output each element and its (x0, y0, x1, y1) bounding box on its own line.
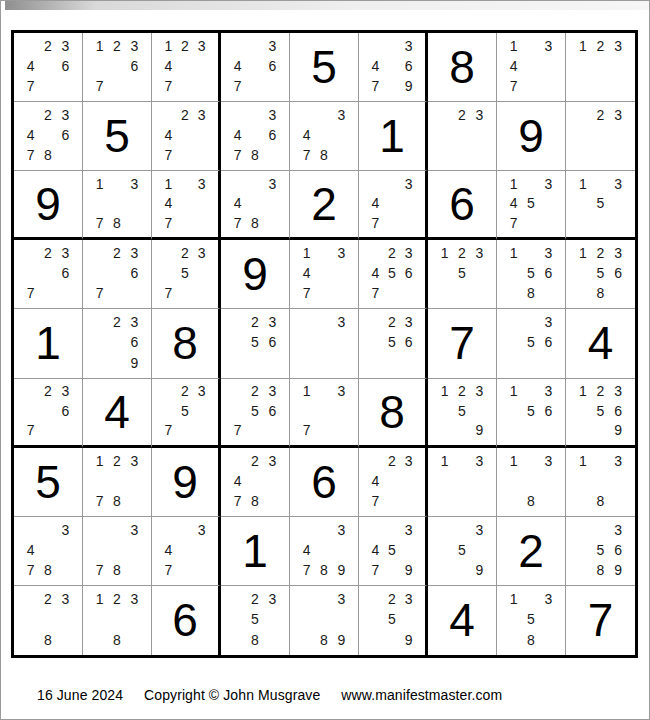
cell-r8c6[interactable]: 34579 (359, 517, 428, 586)
cell-r7c1[interactable]: 5 (14, 448, 83, 517)
empty-candidate-slot (126, 213, 143, 232)
candidate-digit: 1 (298, 382, 315, 401)
candidate-digit: 8 (108, 491, 125, 511)
candidate-digit: 3 (126, 36, 143, 56)
empty-candidate-slot (91, 194, 108, 213)
candidate-digit: 7 (160, 145, 177, 165)
puzzle-page: 2346712367123473467534679813471232346785… (0, 0, 650, 720)
empty-candidate-slot (522, 56, 539, 76)
cell-r3c1[interactable]: 9 (14, 171, 83, 240)
solved-digit: 7 (588, 597, 614, 643)
candidate-grid: 34789 (290, 517, 358, 585)
empty-candidate-slot (160, 520, 177, 540)
cell-r6c7[interactable]: 12359 (428, 379, 497, 448)
candidate-digit: 3 (400, 451, 417, 471)
candidate-digit: 1 (91, 174, 108, 193)
cell-r7c5[interactable]: 6 (290, 448, 359, 517)
empty-candidate-slot (22, 630, 39, 650)
empty-candidate-slot (367, 589, 384, 609)
candidate-digit: 6 (540, 332, 557, 352)
cell-r9c2[interactable]: 1238 (83, 586, 152, 655)
empty-candidate-slot (298, 401, 315, 420)
empty-candidate-slot (315, 353, 332, 373)
candidate-grid: 34678 (221, 102, 289, 170)
candidate-grid: 23478 (221, 448, 289, 516)
cell-r6c3[interactable]: 2357 (152, 379, 221, 448)
empty-candidate-slot (436, 471, 453, 491)
candidate-digit: 2 (592, 105, 610, 125)
candidate-digit: 3 (609, 174, 627, 193)
candidate-digit: 3 (193, 105, 210, 125)
candidate-digit: 7 (91, 491, 108, 511)
cell-r5c8[interactable]: 356 (497, 309, 566, 378)
cell-r4c2[interactable]: 2367 (83, 240, 152, 309)
candidate-digit: 9 (333, 630, 350, 650)
cell-r7c6[interactable]: 2347 (359, 448, 428, 517)
empty-candidate-slot (367, 174, 384, 193)
cell-r9c1[interactable]: 238 (14, 586, 83, 655)
empty-candidate-slot (592, 56, 610, 76)
candidate-digit: 7 (229, 213, 246, 232)
empty-candidate-slot (333, 540, 350, 560)
candidate-digit: 7 (22, 76, 39, 96)
cell-r1c8[interactable]: 1347 (497, 33, 566, 102)
candidate-digit: 6 (609, 540, 627, 560)
cell-r8c7[interactable]: 359 (428, 517, 497, 586)
cell-r2c3[interactable]: 2347 (152, 102, 221, 171)
cell-r9c8[interactable]: 1358 (497, 586, 566, 655)
empty-candidate-slot (453, 560, 470, 580)
cell-r1c9[interactable]: 123 (566, 33, 635, 102)
empty-candidate-slot (315, 401, 332, 420)
cell-r6c1[interactable]: 2367 (14, 379, 83, 448)
empty-candidate-slot (22, 36, 39, 56)
empty-candidate-slot (574, 263, 592, 283)
empty-candidate-slot (367, 243, 384, 263)
cell-r6c2[interactable]: 4 (83, 379, 152, 448)
empty-candidate-slot (246, 471, 263, 491)
solved-digit: 9 (172, 459, 198, 505)
cell-r4c4[interactable]: 9 (221, 240, 290, 309)
cell-r1c4[interactable]: 3467 (221, 33, 290, 102)
empty-candidate-slot (522, 353, 539, 373)
empty-candidate-slot (246, 125, 263, 145)
candidate-grid: 138 (497, 448, 565, 516)
cell-r6c4[interactable]: 23567 (221, 379, 290, 448)
empty-candidate-slot (574, 471, 592, 491)
cell-r1c7[interactable]: 8 (428, 33, 497, 102)
empty-candidate-slot (264, 471, 281, 491)
candidate-grid: 3478 (14, 517, 82, 585)
candidate-digit: 8 (246, 491, 263, 511)
cell-r2c6[interactable]: 1 (359, 102, 428, 171)
cell-r3c8[interactable]: 13457 (497, 171, 566, 240)
candidate-grid: 23567 (221, 379, 289, 445)
cell-r4c9[interactable]: 123568 (566, 240, 635, 309)
empty-candidate-slot (298, 520, 315, 540)
candidate-digit: 7 (367, 213, 384, 232)
empty-candidate-slot (108, 609, 125, 629)
candidate-digit: 5 (453, 401, 470, 420)
empty-candidate-slot (540, 194, 557, 213)
empty-candidate-slot (574, 125, 592, 145)
empty-candidate-slot (436, 491, 453, 511)
empty-candidate-slot (384, 213, 401, 232)
empty-candidate-slot (505, 420, 522, 439)
candidate-digit: 1 (505, 36, 522, 56)
empty-candidate-slot (522, 213, 539, 232)
candidate-digit: 3 (400, 36, 417, 56)
candidate-digit: 5 (246, 332, 263, 352)
candidate-grid: 34679 (359, 33, 425, 101)
empty-candidate-slot (505, 401, 522, 420)
empty-candidate-slot (246, 420, 263, 439)
candidate-digit: 3 (264, 451, 281, 471)
cell-r9c3[interactable]: 6 (152, 586, 221, 655)
cell-r3c9[interactable]: 135 (566, 171, 635, 240)
empty-candidate-slot (540, 213, 557, 232)
cell-r3c3[interactable]: 1347 (152, 171, 221, 240)
empty-candidate-slot (471, 125, 488, 145)
cell-r1c3[interactable]: 12347 (152, 33, 221, 102)
empty-candidate-slot (522, 382, 539, 401)
empty-candidate-slot (126, 609, 143, 629)
cell-r3c2[interactable]: 1378 (83, 171, 152, 240)
cell-r3c5[interactable]: 2 (290, 171, 359, 240)
empty-candidate-slot (264, 145, 281, 165)
empty-candidate-slot (609, 194, 627, 213)
cell-r8c4[interactable]: 1 (221, 517, 290, 586)
candidate-grid: 1235 (428, 240, 496, 308)
cell-r1c5[interactable]: 5 (290, 33, 359, 102)
candidate-grid: 3478 (221, 171, 289, 237)
candidate-digit: 5 (384, 609, 401, 629)
candidate-digit: 8 (39, 630, 56, 650)
empty-candidate-slot (108, 540, 125, 560)
candidate-digit: 3 (540, 36, 557, 56)
cell-r9c7[interactable]: 4 (428, 586, 497, 655)
cell-r5c6[interactable]: 2356 (359, 309, 428, 378)
empty-candidate-slot (246, 36, 263, 56)
empty-candidate-slot (315, 382, 332, 401)
empty-candidate-slot (436, 145, 453, 165)
cell-r3c6[interactable]: 347 (359, 171, 428, 240)
empty-candidate-slot (540, 491, 557, 511)
candidate-digit: 3 (264, 589, 281, 609)
cell-r5c2[interactable]: 2369 (83, 309, 152, 378)
empty-candidate-slot (177, 213, 194, 232)
candidate-digit: 3 (540, 382, 557, 401)
cell-r7c4[interactable]: 23478 (221, 448, 290, 517)
candidate-grid: 347 (152, 517, 218, 585)
candidate-grid: 356 (497, 309, 565, 377)
empty-candidate-slot (298, 332, 315, 352)
candidate-digit: 6 (264, 332, 281, 352)
candidate-digit: 6 (264, 401, 281, 420)
candidate-digit: 2 (177, 382, 194, 401)
candidate-digit: 2 (453, 105, 470, 125)
cell-r4c1[interactable]: 2367 (14, 240, 83, 309)
candidate-digit: 4 (367, 194, 384, 213)
cell-r6c9[interactable]: 123569 (566, 379, 635, 448)
empty-candidate-slot (229, 401, 246, 420)
cell-r7c8[interactable]: 138 (497, 448, 566, 517)
empty-candidate-slot (540, 630, 557, 650)
cell-r1c2[interactable]: 12367 (83, 33, 152, 102)
cell-r5c7[interactable]: 7 (428, 309, 497, 378)
empty-candidate-slot (384, 56, 401, 76)
candidate-digit: 6 (400, 263, 417, 283)
cell-r7c2[interactable]: 12378 (83, 448, 152, 517)
empty-candidate-slot (315, 609, 332, 629)
solved-digit: 1 (242, 528, 268, 574)
solved-digit: 5 (311, 44, 337, 90)
solved-digit: 6 (449, 181, 475, 227)
empty-candidate-slot (592, 213, 610, 232)
candidate-digit: 2 (177, 36, 194, 56)
candidate-digit: 4 (298, 540, 315, 560)
candidate-digit: 3 (609, 520, 627, 540)
date-text: 16 June 2024 (37, 687, 123, 703)
empty-candidate-slot (436, 105, 453, 125)
empty-candidate-slot (471, 540, 488, 560)
candidate-digit: 7 (229, 145, 246, 165)
empty-candidate-slot (574, 491, 592, 511)
candidate-digit: 7 (22, 420, 39, 439)
cell-r2c5[interactable]: 3478 (290, 102, 359, 171)
solved-digit: 4 (104, 389, 130, 435)
candidate-digit: 6 (264, 125, 281, 145)
empty-candidate-slot (384, 174, 401, 193)
cell-r1c1[interactable]: 23467 (14, 33, 83, 102)
empty-candidate-slot (333, 353, 350, 373)
sudoku-board: 2346712367123473467534679813471232346785… (11, 30, 638, 658)
candidate-digit: 1 (574, 243, 592, 263)
empty-candidate-slot (177, 540, 194, 560)
empty-candidate-slot (57, 283, 74, 303)
empty-candidate-slot (246, 105, 263, 125)
candidate-digit: 1 (505, 243, 522, 263)
cell-r4c5[interactable]: 1347 (290, 240, 359, 309)
candidate-digit: 5 (384, 540, 401, 560)
candidate-digit: 2 (384, 589, 401, 609)
solved-digit: 8 (379, 389, 405, 435)
empty-candidate-slot (298, 105, 315, 125)
candidate-digit: 5 (592, 401, 610, 420)
empty-candidate-slot (522, 420, 539, 439)
candidate-grid: 2369 (83, 309, 151, 377)
empty-candidate-slot (126, 560, 143, 580)
cell-r6c8[interactable]: 1356 (497, 379, 566, 448)
empty-candidate-slot (177, 56, 194, 76)
candidate-digit: 2 (246, 451, 263, 471)
candidate-digit: 3 (193, 520, 210, 540)
cell-r8c1[interactable]: 3478 (14, 517, 83, 586)
cell-r7c7[interactable]: 13 (428, 448, 497, 517)
empty-candidate-slot (246, 174, 263, 193)
candidate-digit: 1 (574, 36, 592, 56)
candidate-digit: 4 (367, 263, 384, 283)
cell-r2c4[interactable]: 34678 (221, 102, 290, 171)
empty-candidate-slot (315, 520, 332, 540)
empty-candidate-slot (264, 609, 281, 629)
candidate-digit: 4 (298, 125, 315, 145)
empty-candidate-slot (39, 56, 56, 76)
empty-candidate-slot (229, 312, 246, 332)
candidate-digit: 2 (39, 382, 56, 401)
candidate-digit: 8 (592, 560, 610, 580)
empty-candidate-slot (160, 382, 177, 401)
candidate-grid: 12367 (83, 33, 151, 101)
empty-candidate-slot (367, 353, 384, 373)
solved-digit: 8 (449, 44, 475, 90)
cell-r7c3[interactable]: 9 (152, 448, 221, 517)
cell-r8c2[interactable]: 378 (83, 517, 152, 586)
cell-r8c3[interactable]: 347 (152, 517, 221, 586)
candidate-digit: 8 (315, 560, 332, 580)
cell-r4c3[interactable]: 2357 (152, 240, 221, 309)
empty-candidate-slot (367, 520, 384, 540)
empty-candidate-slot (384, 76, 401, 96)
empty-candidate-slot (91, 471, 108, 491)
cell-r9c4[interactable]: 2358 (221, 586, 290, 655)
empty-candidate-slot (436, 520, 453, 540)
empty-candidate-slot (57, 420, 74, 439)
candidate-digit: 3 (609, 451, 627, 471)
empty-candidate-slot (57, 560, 74, 580)
empty-candidate-slot (609, 76, 627, 96)
cell-r6c6[interactable]: 8 (359, 379, 428, 448)
cell-r4c7[interactable]: 1235 (428, 240, 497, 309)
candidate-digit: 7 (22, 560, 39, 580)
cell-r2c7[interactable]: 23 (428, 102, 497, 171)
candidate-digit: 7 (160, 283, 177, 303)
cell-r5c4[interactable]: 2356 (221, 309, 290, 378)
empty-candidate-slot (22, 263, 39, 283)
candidate-digit: 4 (22, 540, 39, 560)
empty-candidate-slot (574, 540, 592, 560)
candidate-digit: 8 (315, 630, 332, 650)
empty-candidate-slot (574, 560, 592, 580)
empty-candidate-slot (315, 420, 332, 439)
cell-r8c5[interactable]: 34789 (290, 517, 359, 586)
cell-r8c8[interactable]: 2 (497, 517, 566, 586)
candidate-digit: 7 (367, 76, 384, 96)
cell-r3c4[interactable]: 3478 (221, 171, 290, 240)
empty-candidate-slot (229, 630, 246, 650)
empty-candidate-slot (436, 263, 453, 283)
candidate-digit: 7 (298, 145, 315, 165)
solved-digit: 5 (35, 459, 61, 505)
empty-candidate-slot (108, 283, 125, 303)
cell-r5c5[interactable]: 3 (290, 309, 359, 378)
candidate-digit: 5 (453, 540, 470, 560)
empty-candidate-slot (177, 174, 194, 193)
empty-candidate-slot (57, 540, 74, 560)
candidate-digit: 2 (592, 382, 610, 401)
empty-candidate-slot (298, 630, 315, 650)
empty-candidate-slot (400, 540, 417, 560)
candidate-digit: 3 (193, 174, 210, 193)
empty-candidate-slot (505, 332, 522, 352)
empty-candidate-slot (193, 540, 210, 560)
empty-candidate-slot (384, 520, 401, 540)
cell-r2c8[interactable]: 9 (497, 102, 566, 171)
candidate-digit: 8 (246, 630, 263, 650)
empty-candidate-slot (453, 520, 470, 540)
cell-r9c6[interactable]: 2359 (359, 586, 428, 655)
solved-digit: 4 (588, 320, 614, 366)
empty-candidate-slot (298, 312, 315, 332)
cell-r5c9[interactable]: 4 (566, 309, 635, 378)
candidate-digit: 6 (540, 401, 557, 420)
cell-r2c2[interactable]: 5 (83, 102, 152, 171)
cell-r6c5[interactable]: 137 (290, 379, 359, 448)
empty-candidate-slot (540, 76, 557, 96)
empty-candidate-slot (333, 420, 350, 439)
candidate-digit: 7 (367, 560, 384, 580)
cell-r5c3[interactable]: 8 (152, 309, 221, 378)
candidate-digit: 9 (471, 420, 488, 439)
candidate-digit: 7 (160, 213, 177, 232)
candidate-digit: 9 (609, 560, 627, 580)
empty-candidate-slot (22, 401, 39, 420)
empty-candidate-slot (333, 263, 350, 283)
cell-r2c9[interactable]: 23 (566, 102, 635, 171)
candidate-digit: 2 (453, 382, 470, 401)
candidate-digit: 6 (609, 401, 627, 420)
empty-candidate-slot (505, 491, 522, 511)
candidate-grid: 1378 (83, 171, 151, 237)
website-link[interactable]: www.manifestmaster.com (341, 687, 502, 703)
cell-r8c9[interactable]: 35689 (566, 517, 635, 586)
candidate-grid: 234678 (14, 102, 82, 170)
empty-candidate-slot (453, 420, 470, 439)
empty-candidate-slot (522, 471, 539, 491)
empty-candidate-slot (540, 56, 557, 76)
candidate-digit: 3 (264, 174, 281, 193)
candidate-digit: 2 (108, 36, 125, 56)
cell-r9c5[interactable]: 389 (290, 586, 359, 655)
empty-candidate-slot (471, 263, 488, 283)
empty-candidate-slot (177, 520, 194, 540)
candidate-digit: 3 (400, 520, 417, 540)
empty-candidate-slot (91, 332, 108, 352)
candidate-grid: 3467 (221, 33, 289, 101)
candidate-digit: 3 (126, 520, 143, 540)
candidate-grid: 2357 (152, 240, 218, 308)
candidate-digit: 5 (592, 540, 610, 560)
empty-candidate-slot (522, 243, 539, 263)
cell-r4c6[interactable]: 234567 (359, 240, 428, 309)
cell-r7c9[interactable]: 138 (566, 448, 635, 517)
candidate-digit: 3 (540, 243, 557, 263)
cell-r5c1[interactable]: 1 (14, 309, 83, 378)
candidate-digit: 7 (160, 420, 177, 439)
candidate-grid: 123569 (566, 379, 635, 445)
cell-r2c1[interactable]: 234678 (14, 102, 83, 171)
empty-candidate-slot (108, 56, 125, 76)
candidate-digit: 7 (229, 76, 246, 96)
candidate-digit: 5 (592, 263, 610, 283)
candidate-digit: 1 (505, 382, 522, 401)
cell-r9c9[interactable]: 7 (566, 586, 635, 655)
cell-r1c6[interactable]: 34679 (359, 33, 428, 102)
cell-r4c8[interactable]: 13568 (497, 240, 566, 309)
cell-r3c7[interactable]: 6 (428, 171, 497, 240)
solved-digit: 6 (172, 597, 198, 643)
empty-candidate-slot (39, 125, 56, 145)
